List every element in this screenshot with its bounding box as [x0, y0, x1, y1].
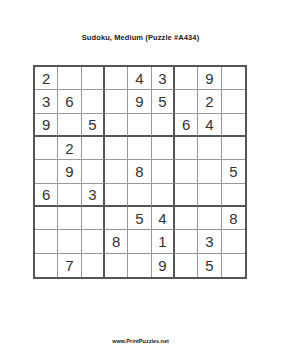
cell-r6c1: 6 [35, 184, 58, 207]
cell-r5c7 [175, 160, 198, 183]
cell-r5c9: 5 [222, 160, 245, 183]
cell-r2c5: 9 [128, 90, 151, 113]
cell-r2c7 [175, 90, 198, 113]
cell-r3c1: 9 [35, 114, 58, 137]
cell-r9c4 [105, 254, 128, 277]
cell-r7c2 [58, 207, 81, 230]
cell-r2c2: 6 [58, 90, 81, 113]
cell-r8c5 [128, 230, 151, 253]
cell-r2c3 [82, 90, 105, 113]
page-title: Sudoku, Medium (Puzzle #A434) [0, 33, 281, 42]
cell-r5c6 [152, 160, 175, 183]
cell-r4c3 [82, 137, 105, 160]
cell-r1c7 [175, 67, 198, 90]
cell-r2c8: 2 [198, 90, 221, 113]
cell-r7c7 [175, 207, 198, 230]
cell-r8c7 [175, 230, 198, 253]
cell-r1c3 [82, 67, 105, 90]
cell-r6c6 [152, 184, 175, 207]
cell-r6c8 [198, 184, 221, 207]
cell-r6c4 [105, 184, 128, 207]
cell-r6c3: 3 [82, 184, 105, 207]
cell-r9c9 [222, 254, 245, 277]
cell-r2c6: 5 [152, 90, 175, 113]
cell-r7c6: 4 [152, 207, 175, 230]
cell-r2c9 [222, 90, 245, 113]
cell-r1c9 [222, 67, 245, 90]
cell-r5c1 [35, 160, 58, 183]
cell-r4c2: 2 [58, 137, 81, 160]
footer-watermark: www.PrintPuzzles.net [0, 338, 281, 344]
cell-r9c1 [35, 254, 58, 277]
cell-r5c5: 8 [128, 160, 151, 183]
cell-r9c5 [128, 254, 151, 277]
cell-r8c9 [222, 230, 245, 253]
cell-r8c2 [58, 230, 81, 253]
cell-r7c9: 8 [222, 207, 245, 230]
cell-r5c2: 9 [58, 160, 81, 183]
sudoku-print-page: Sudoku, Medium (Puzzle #A434) 2439369529… [0, 0, 281, 363]
cell-r1c1: 2 [35, 67, 58, 90]
cell-r3c7: 6 [175, 114, 198, 137]
cell-r3c2 [58, 114, 81, 137]
cell-r7c5: 5 [128, 207, 151, 230]
cell-r9c2: 7 [58, 254, 81, 277]
cell-r1c6: 3 [152, 67, 175, 90]
cell-r4c8 [198, 137, 221, 160]
cell-r4c7 [175, 137, 198, 160]
cell-r8c4: 8 [105, 230, 128, 253]
cell-r3c5 [128, 114, 151, 137]
cell-r4c4 [105, 137, 128, 160]
cell-r8c1 [35, 230, 58, 253]
cell-r1c5: 4 [128, 67, 151, 90]
cell-r7c8 [198, 207, 221, 230]
cell-r8c6: 1 [152, 230, 175, 253]
cell-r6c9 [222, 184, 245, 207]
cell-r7c3 [82, 207, 105, 230]
cell-r2c4 [105, 90, 128, 113]
cell-r4c5 [128, 137, 151, 160]
cell-r1c8: 9 [198, 67, 221, 90]
cell-r8c3 [82, 230, 105, 253]
cell-r6c7 [175, 184, 198, 207]
cell-r3c4 [105, 114, 128, 137]
cell-r7c4 [105, 207, 128, 230]
cell-r4c1 [35, 137, 58, 160]
cell-r9c6: 9 [152, 254, 175, 277]
cell-r6c2 [58, 184, 81, 207]
cell-r5c8 [198, 160, 221, 183]
cell-r7c1 [35, 207, 58, 230]
cell-r3c6 [152, 114, 175, 137]
cell-r3c3: 5 [82, 114, 105, 137]
cell-r4c6 [152, 137, 175, 160]
cell-r3c9 [222, 114, 245, 137]
cell-r2c1: 3 [35, 90, 58, 113]
cell-r9c3 [82, 254, 105, 277]
sudoku-board: 2439369529564298563548813795 [33, 65, 247, 279]
cell-r1c2 [58, 67, 81, 90]
cell-r9c7 [175, 254, 198, 277]
cell-r9c8: 5 [198, 254, 221, 277]
cell-r6c5 [128, 184, 151, 207]
cell-r4c9 [222, 137, 245, 160]
cell-r1c4 [105, 67, 128, 90]
cell-r3c8: 4 [198, 114, 221, 137]
cell-r5c3 [82, 160, 105, 183]
cell-r5c4 [105, 160, 128, 183]
cell-r8c8: 3 [198, 230, 221, 253]
